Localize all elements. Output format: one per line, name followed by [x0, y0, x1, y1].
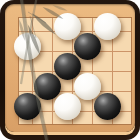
black-stone-c1r5 — [14, 93, 41, 120]
black-stone-c5r5 — [94, 93, 121, 120]
white-stone-c5r1 — [94, 13, 121, 40]
white-stone-c3r1 — [54, 13, 81, 40]
black-stone-c4r2 — [74, 33, 101, 60]
white-stone-c4r4 — [74, 73, 101, 100]
stones-layer — [0, 0, 140, 140]
black-stone-c3r3 — [54, 53, 81, 80]
white-stone-c1r2 — [14, 33, 41, 60]
white-stone-c3r5 — [54, 93, 81, 120]
black-stone-c2r4 — [34, 73, 61, 100]
gomoku-app-icon[interactable] — [0, 0, 140, 140]
